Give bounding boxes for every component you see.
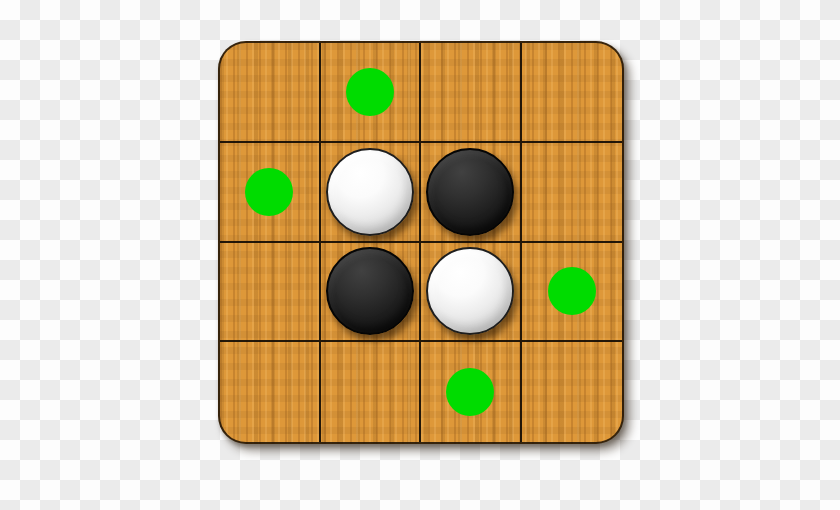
- board-grid: [220, 43, 622, 442]
- cell-b3: [321, 243, 422, 343]
- legal-move-hint[interactable]: [548, 267, 596, 315]
- white-stone: [326, 148, 414, 236]
- cell-c2: [421, 143, 522, 243]
- legal-move-hint[interactable]: [346, 68, 394, 116]
- black-stone: [326, 247, 414, 335]
- white-stone: [426, 247, 514, 335]
- cell-d1[interactable]: [522, 43, 623, 143]
- cell-c1[interactable]: [421, 43, 522, 143]
- cell-b2: [321, 143, 422, 243]
- cell-b1[interactable]: [321, 43, 422, 143]
- cell-b4[interactable]: [321, 342, 422, 442]
- cell-a1[interactable]: [220, 43, 321, 143]
- legal-move-hint[interactable]: [446, 368, 494, 416]
- transparency-background: [0, 0, 840, 510]
- cell-d2[interactable]: [522, 143, 623, 243]
- cell-d3[interactable]: [522, 243, 623, 343]
- othello-board: [218, 41, 624, 444]
- black-stone: [426, 148, 514, 236]
- cell-c3: [421, 243, 522, 343]
- cell-a2[interactable]: [220, 143, 321, 243]
- legal-move-hint[interactable]: [245, 168, 293, 216]
- cell-a4[interactable]: [220, 342, 321, 442]
- cell-d4[interactable]: [522, 342, 623, 442]
- cell-c4[interactable]: [421, 342, 522, 442]
- cell-a3[interactable]: [220, 243, 321, 343]
